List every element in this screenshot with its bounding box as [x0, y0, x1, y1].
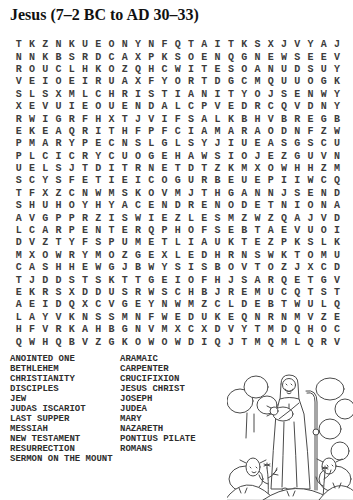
- grid-cell: V: [105, 299, 118, 311]
- word-list-right: ARAMAICCARPENTERCRUCIFIXIONJESUS CHRISTJ…: [120, 354, 196, 454]
- grid-cell: Z: [171, 212, 184, 224]
- grid-cell: C: [105, 151, 118, 163]
- grid-cell: Q: [264, 336, 277, 348]
- grid-cell: S: [92, 312, 105, 324]
- grid-cell: U: [317, 64, 330, 76]
- grid-cell: T: [78, 274, 91, 286]
- grid-cell: I: [145, 212, 158, 224]
- grid-cell: L: [184, 212, 197, 224]
- grid-cell: E: [39, 126, 52, 138]
- grid-cell: S: [145, 89, 158, 101]
- grid-cell: N: [251, 312, 264, 324]
- grid-cell: S: [304, 237, 317, 249]
- grid-cell: V: [330, 336, 343, 348]
- grid-cell: K: [238, 39, 251, 51]
- grid-cell: Y: [78, 200, 91, 212]
- grid-cell: E: [264, 151, 277, 163]
- grid-cell: O: [304, 76, 317, 88]
- grid-cell: D: [92, 163, 105, 175]
- grid-cell: U: [277, 64, 290, 76]
- grid-cell: V: [52, 312, 65, 324]
- grid-cell: L: [171, 138, 184, 150]
- grid-cell: O: [184, 51, 197, 63]
- grid-cell: M: [158, 324, 171, 336]
- grid-cell: V: [78, 336, 91, 348]
- grid-cell: Q: [304, 336, 317, 348]
- grid-cell: F: [78, 237, 91, 249]
- grid-cell: P: [12, 138, 25, 150]
- grid-cell: N: [52, 39, 65, 51]
- grid-cell: T: [105, 225, 118, 237]
- grid-cell: J: [224, 336, 237, 348]
- grid-cell: G: [39, 212, 52, 224]
- grid-cell: E: [251, 200, 264, 212]
- grid-cell: I: [184, 237, 197, 249]
- grid-cell: D: [304, 101, 317, 113]
- grid-cell: R: [78, 51, 91, 63]
- grid-cell: S: [39, 262, 52, 274]
- grid-cell: S: [118, 188, 131, 200]
- grid-cell: O: [158, 336, 171, 348]
- grid-cell: O: [251, 89, 264, 101]
- grid-cell: J: [251, 151, 264, 163]
- grid-cell: E: [78, 262, 91, 274]
- grid-cell: S: [184, 113, 197, 125]
- grid-cell: G: [224, 76, 237, 88]
- grid-cell: E: [158, 274, 171, 286]
- grid-cell: L: [224, 299, 237, 311]
- grid-cell: W: [145, 287, 158, 299]
- grid-cell: W: [25, 113, 38, 125]
- grid-cell: P: [145, 51, 158, 63]
- grid-cell: T: [12, 274, 25, 286]
- grid-cell: E: [317, 51, 330, 63]
- grid-cell: Y: [39, 312, 52, 324]
- grid-cell: J: [277, 39, 290, 51]
- word-list-item: JOSEPH: [120, 394, 196, 404]
- grid-cell: T: [158, 237, 171, 249]
- grid-cell: N: [211, 200, 224, 212]
- grid-cell: Z: [277, 151, 290, 163]
- grid-cell: H: [92, 324, 105, 336]
- grid-cell: H: [25, 200, 38, 212]
- grid-cell: O: [184, 274, 197, 286]
- grid-cell: O: [131, 336, 144, 348]
- grid-cell: Y: [145, 299, 158, 311]
- grid-cell: N: [251, 51, 264, 63]
- grid-cell: F: [78, 113, 91, 125]
- grid-cell: T: [118, 274, 131, 286]
- grid-cell: F: [158, 126, 171, 138]
- grid-cell: P: [78, 138, 91, 150]
- grid-cell: K: [224, 237, 237, 249]
- grid-cell: Y: [65, 237, 78, 249]
- grid-cell: D: [92, 287, 105, 299]
- grid-cell: M: [92, 250, 105, 262]
- grid-cell: E: [251, 138, 264, 150]
- grid-cell: E: [158, 163, 171, 175]
- grid-cell: O: [238, 151, 251, 163]
- word-list-item: ARAMAIC: [120, 354, 196, 364]
- grid-cell: M: [105, 188, 118, 200]
- word-list-item: MARY: [120, 414, 196, 424]
- grid-cell: F: [171, 113, 184, 125]
- grid-cell: N: [198, 89, 211, 101]
- grid-cell: T: [304, 287, 317, 299]
- word-list-item: JEW: [10, 394, 113, 404]
- word-list-item: MESSIAH: [10, 424, 113, 434]
- grid-cell: Z: [264, 237, 277, 249]
- grid-cell: I: [105, 163, 118, 175]
- grid-cell: Z: [92, 212, 105, 224]
- grid-cell: T: [105, 126, 118, 138]
- grid-cell: Q: [291, 287, 304, 299]
- grid-cell: E: [118, 101, 131, 113]
- grid-cell: A: [39, 225, 52, 237]
- grid-cell: U: [105, 287, 118, 299]
- grid-cell: X: [25, 250, 38, 262]
- grid-cell: A: [198, 237, 211, 249]
- grid-cell: C: [211, 299, 224, 311]
- grid-cell: E: [145, 237, 158, 249]
- grid-cell: C: [171, 287, 184, 299]
- grid-cell: W: [52, 250, 65, 262]
- page-title: Jesus (7–2 BC to AD 30–33): [10, 6, 199, 24]
- grid-cell: S: [65, 51, 78, 63]
- grid-cell: F: [304, 126, 317, 138]
- grid-cell: O: [52, 76, 65, 88]
- grid-cell: K: [65, 312, 78, 324]
- grid-cell: I: [39, 76, 52, 88]
- grid-cell: U: [238, 175, 251, 187]
- grid-cell: A: [184, 151, 197, 163]
- grid-cell: G: [171, 175, 184, 187]
- grid-cell: M: [238, 163, 251, 175]
- grid-cell: I: [65, 101, 78, 113]
- grid-cell: Z: [92, 336, 105, 348]
- word-list-item: NEW TESTAMENT: [10, 434, 113, 444]
- grid-cell: Y: [158, 262, 171, 274]
- grid-cell: T: [52, 237, 65, 249]
- grid-cell: P: [198, 101, 211, 113]
- grid-cell: L: [171, 237, 184, 249]
- grid-cell: V: [304, 312, 317, 324]
- grid-cell: P: [277, 237, 290, 249]
- grid-cell: G: [105, 336, 118, 348]
- grid-cell: I: [105, 212, 118, 224]
- grid-cell: R: [131, 163, 144, 175]
- grid-cell: B: [277, 113, 290, 125]
- grid-cell: E: [224, 175, 237, 187]
- grid-cell: H: [251, 113, 264, 125]
- grid-cell: E: [198, 212, 211, 224]
- grid-cell: G: [52, 113, 65, 125]
- grid-cell: W: [145, 336, 158, 348]
- grid-cell: C: [264, 101, 277, 113]
- grid-cell: A: [251, 126, 264, 138]
- grid-cell: D: [171, 200, 184, 212]
- grid-cell: G: [158, 138, 171, 150]
- grid-cell: A: [317, 39, 330, 51]
- grid-cell: V: [145, 113, 158, 125]
- grid-cell: W: [171, 299, 184, 311]
- grid-cell: S: [277, 138, 290, 150]
- grid-cell: U: [330, 138, 343, 150]
- grid-cell: Q: [65, 299, 78, 311]
- grid-cell: X: [251, 163, 264, 175]
- grid-cell: G: [238, 51, 251, 63]
- grid-cell: L: [171, 250, 184, 262]
- grid-cell: N: [277, 200, 290, 212]
- grid-cell: Q: [171, 39, 184, 51]
- grid-cell: W: [145, 262, 158, 274]
- grid-cell: B: [211, 262, 224, 274]
- grid-cell: D: [52, 274, 65, 286]
- word-list-item: JUDEA: [120, 404, 196, 414]
- grid-cell: Q: [277, 212, 290, 224]
- grid-cell: S: [12, 175, 25, 187]
- word-list-item: PONTIUS PILATE: [120, 434, 196, 444]
- grid-cell: A: [198, 113, 211, 125]
- grid-cell: E: [25, 299, 38, 311]
- grid-cell: E: [78, 175, 91, 187]
- grid-cell: N: [78, 312, 91, 324]
- grid-cell: M: [251, 336, 264, 348]
- grid-cell: A: [12, 299, 25, 311]
- grid-cell: M: [291, 312, 304, 324]
- grid-cell: E: [145, 200, 158, 212]
- grid-cell: N: [211, 51, 224, 63]
- grid-cell: L: [317, 237, 330, 249]
- grid-cell: Z: [317, 126, 330, 138]
- grid-cell: V: [224, 324, 237, 336]
- grid-cell: C: [317, 175, 330, 187]
- grid-cell: W: [158, 312, 171, 324]
- grid-cell: U: [118, 237, 131, 249]
- grid-cell: U: [277, 76, 290, 88]
- grid-cell: K: [25, 287, 38, 299]
- grid-cell: F: [145, 312, 158, 324]
- grid-cell: Z: [118, 64, 131, 76]
- grid-cell: H: [12, 324, 25, 336]
- grid-cell: C: [105, 138, 118, 150]
- grid-cell: S: [211, 151, 224, 163]
- grid-cell: W: [277, 51, 290, 63]
- grid-cell: P: [105, 237, 118, 249]
- grid-cell: E: [25, 163, 38, 175]
- grid-cell: S: [211, 225, 224, 237]
- grid-cell: T: [330, 287, 343, 299]
- grid-cell: T: [131, 274, 144, 286]
- grid-cell: E: [198, 51, 211, 63]
- grid-cell: E: [118, 225, 131, 237]
- grid-cell: O: [224, 262, 237, 274]
- grid-cell: I: [291, 175, 304, 187]
- grid-cell: A: [198, 39, 211, 51]
- grid-cell: A: [25, 312, 38, 324]
- grid-cell: S: [291, 51, 304, 63]
- grid-cell: U: [184, 175, 197, 187]
- grid-cell: N: [317, 188, 330, 200]
- grid-cell: O: [264, 163, 277, 175]
- grid-cell: A: [264, 138, 277, 150]
- grid-cell: P: [12, 151, 25, 163]
- grid-cell: K: [224, 163, 237, 175]
- grid-cell: A: [291, 212, 304, 224]
- grid-cell: H: [211, 274, 224, 286]
- grid-cell: I: [291, 200, 304, 212]
- grid-cell: J: [264, 89, 277, 101]
- grid-cell: U: [105, 76, 118, 88]
- grid-cell: D: [330, 212, 343, 224]
- grid-cell: O: [131, 151, 144, 163]
- grid-cell: S: [158, 287, 171, 299]
- grid-cell: N: [131, 101, 144, 113]
- grid-cell: J: [330, 39, 343, 51]
- grid-cell: U: [12, 163, 25, 175]
- grid-cell: O: [171, 76, 184, 88]
- grid-cell: T: [78, 163, 91, 175]
- grid-cell: Y: [198, 138, 211, 150]
- grid-cell: I: [211, 39, 224, 51]
- grid-cell: S: [12, 200, 25, 212]
- grid-cell: T: [304, 274, 317, 286]
- grid-cell: C: [92, 299, 105, 311]
- grid-cell: A: [224, 126, 237, 138]
- grid-cell: Z: [317, 163, 330, 175]
- grid-cell: U: [304, 151, 317, 163]
- grid-cell: N: [118, 39, 131, 51]
- grid-cell: K: [39, 51, 52, 63]
- grid-cell: E: [224, 312, 237, 324]
- grid-cell: Q: [211, 336, 224, 348]
- grid-cell: B: [131, 262, 144, 274]
- grid-cell: F: [25, 188, 38, 200]
- grid-cell: C: [52, 64, 65, 76]
- grid-cell: S: [291, 188, 304, 200]
- grid-cell: E: [158, 151, 171, 163]
- grid-cell: V: [25, 237, 38, 249]
- grid-cell: T: [92, 175, 105, 187]
- grid-cell: P: [65, 225, 78, 237]
- grid-cell: R: [92, 76, 105, 88]
- grid-cell: E: [277, 225, 290, 237]
- grid-cell: C: [145, 175, 158, 187]
- grid-cell: U: [52, 101, 65, 113]
- grid-cell: D: [211, 324, 224, 336]
- grid-cell: L: [291, 336, 304, 348]
- grid-cell: G: [118, 324, 131, 336]
- grid-cell: Z: [118, 250, 131, 262]
- grid-cell: J: [211, 287, 224, 299]
- grid-cell: T: [238, 237, 251, 249]
- grid-cell: W: [251, 212, 264, 224]
- grid-cell: C: [12, 262, 25, 274]
- grid-cell: W: [92, 262, 105, 274]
- grid-cell: J: [277, 188, 290, 200]
- grid-cell: W: [304, 175, 317, 187]
- bushes-right: [316, 378, 353, 460]
- grid-cell: I: [52, 151, 65, 163]
- grid-cell: E: [291, 89, 304, 101]
- grid-cell: R: [224, 250, 237, 262]
- grid-cell: H: [291, 163, 304, 175]
- grid-cell: E: [12, 287, 25, 299]
- grid-cell: C: [238, 76, 251, 88]
- grid-cell: M: [251, 287, 264, 299]
- grid-cell: S: [52, 287, 65, 299]
- grid-cell: G: [317, 76, 330, 88]
- grid-cell: H: [304, 324, 317, 336]
- grid-cell: S: [118, 287, 131, 299]
- grid-cell: A: [52, 126, 65, 138]
- grid-cell: S: [52, 163, 65, 175]
- grid-cell: A: [118, 76, 131, 88]
- grid-cell: W: [277, 163, 290, 175]
- grid-cell: V: [238, 262, 251, 274]
- grid-cell: N: [251, 188, 264, 200]
- grid-cell: A: [330, 200, 343, 212]
- grid-cell: R: [12, 64, 25, 76]
- grid-cell: S: [224, 64, 237, 76]
- grid-cell: E: [92, 138, 105, 150]
- grid-cell: S: [171, 51, 184, 63]
- grid-cell: H: [52, 200, 65, 212]
- grid-cell: E: [118, 175, 131, 187]
- word-list-item: ANOINTED ONE: [10, 354, 113, 364]
- grid-cell: N: [145, 163, 158, 175]
- grid-cell: K: [224, 113, 237, 125]
- grid-cell: Y: [330, 101, 343, 113]
- grid-cell: I: [39, 113, 52, 125]
- grid-cell: C: [65, 151, 78, 163]
- grid-cell: G: [291, 151, 304, 163]
- grid-cell: C: [39, 151, 52, 163]
- grid-cell: O: [25, 64, 38, 76]
- grid-cell: K: [65, 324, 78, 336]
- grid-cell: H: [304, 163, 317, 175]
- grid-cell: L: [65, 64, 78, 76]
- grid-cell: W: [317, 89, 330, 101]
- grid-cell: B: [330, 113, 343, 125]
- grid-cell: D: [39, 274, 52, 286]
- grid-cell: T: [12, 188, 25, 200]
- grid-cell: I: [39, 299, 52, 311]
- grid-cell: M: [184, 299, 197, 311]
- grid-cell: Z: [211, 163, 224, 175]
- grid-cell: G: [291, 138, 304, 150]
- grid-cell: Q: [52, 336, 65, 348]
- grid-cell: A: [251, 64, 264, 76]
- grid-cell: Q: [330, 299, 343, 311]
- grid-cell: K: [25, 39, 38, 51]
- grid-cell: F: [65, 175, 78, 187]
- grid-cell: A: [39, 138, 52, 150]
- grid-cell: I: [158, 113, 171, 125]
- grid-cell: E: [304, 51, 317, 63]
- grid-cell: M: [264, 324, 277, 336]
- grid-cell: Z: [238, 212, 251, 224]
- grid-cell: N: [25, 51, 38, 63]
- grid-cell: E: [198, 200, 211, 212]
- grid-cell: O: [304, 200, 317, 212]
- grid-cell: R: [251, 101, 264, 113]
- grid-cell: E: [211, 64, 224, 76]
- grid-cell: I: [184, 64, 197, 76]
- grid-cell: R: [65, 250, 78, 262]
- grid-cell: E: [330, 312, 343, 324]
- grid-cell: L: [211, 113, 224, 125]
